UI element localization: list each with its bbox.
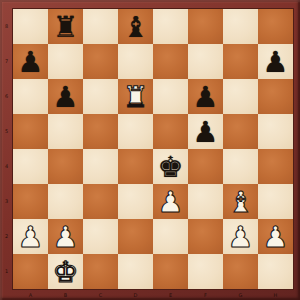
square-d3[interactable] xyxy=(118,184,153,219)
square-b4[interactable] xyxy=(48,149,83,184)
file-label-B: B xyxy=(48,291,83,300)
rank-label-6: 6 xyxy=(0,79,13,114)
rank-label-5: 5 xyxy=(0,114,13,149)
square-g3[interactable]: ♝ xyxy=(223,184,258,219)
square-h3[interactable] xyxy=(258,184,293,219)
square-e5[interactable] xyxy=(153,114,188,149)
square-a2[interactable]: ♟ xyxy=(13,219,48,254)
black-pawn-f5: ♟ xyxy=(193,115,219,149)
rank-label-1: 1 xyxy=(0,254,13,289)
black-rook-b8: ♜ xyxy=(53,10,79,44)
file-label-F: F xyxy=(188,291,223,300)
square-c4[interactable] xyxy=(83,149,118,184)
file-label-D: D xyxy=(118,291,153,300)
square-g8[interactable] xyxy=(223,9,258,44)
square-h2[interactable]: ♟ xyxy=(258,219,293,254)
square-f8[interactable] xyxy=(188,9,223,44)
white-pawn-h2: ♟ xyxy=(263,220,289,254)
square-d4[interactable] xyxy=(118,149,153,184)
file-label-E: E xyxy=(153,291,188,300)
square-c6[interactable] xyxy=(83,79,118,114)
square-b1[interactable]: ♚ xyxy=(48,254,83,289)
square-g4[interactable] xyxy=(223,149,258,184)
white-pawn-b2: ♟ xyxy=(53,220,79,254)
square-c8[interactable] xyxy=(83,9,118,44)
square-a6[interactable] xyxy=(13,79,48,114)
square-d1[interactable] xyxy=(118,254,153,289)
file-label-C: C xyxy=(83,291,118,300)
square-c3[interactable] xyxy=(83,184,118,219)
square-a3[interactable] xyxy=(13,184,48,219)
square-d8[interactable]: ♝ xyxy=(118,9,153,44)
square-b6[interactable]: ♟ xyxy=(48,79,83,114)
square-f2[interactable] xyxy=(188,219,223,254)
rank-label-8: 8 xyxy=(0,9,13,44)
square-d2[interactable] xyxy=(118,219,153,254)
white-king-b1: ♚ xyxy=(53,255,79,289)
white-pawn-e3: ♟ xyxy=(158,185,184,219)
white-pawn-g2: ♟ xyxy=(228,220,254,254)
square-e8[interactable] xyxy=(153,9,188,44)
square-h8[interactable] xyxy=(258,9,293,44)
square-f5[interactable]: ♟ xyxy=(188,114,223,149)
black-bishop-d8: ♝ xyxy=(123,10,149,44)
rank-label-2: 2 xyxy=(0,219,13,254)
rank-label-4: 4 xyxy=(0,149,13,184)
square-a7[interactable]: ♟ xyxy=(13,44,48,79)
black-king-e4: ♚ xyxy=(158,150,184,184)
square-b2[interactable]: ♟ xyxy=(48,219,83,254)
square-f1[interactable] xyxy=(188,254,223,289)
square-g1[interactable] xyxy=(223,254,258,289)
black-pawn-a7: ♟ xyxy=(18,45,44,79)
square-d7[interactable] xyxy=(118,44,153,79)
square-f3[interactable] xyxy=(188,184,223,219)
square-c1[interactable] xyxy=(83,254,118,289)
square-g7[interactable] xyxy=(223,44,258,79)
square-b3[interactable] xyxy=(48,184,83,219)
square-h7[interactable]: ♟ xyxy=(258,44,293,79)
white-rook-d6: ♜ xyxy=(123,80,149,114)
square-d6[interactable]: ♜ xyxy=(118,79,153,114)
square-e6[interactable] xyxy=(153,79,188,114)
square-e1[interactable] xyxy=(153,254,188,289)
square-a4[interactable] xyxy=(13,149,48,184)
square-h1[interactable] xyxy=(258,254,293,289)
square-e7[interactable] xyxy=(153,44,188,79)
rank-label-7: 7 xyxy=(0,44,13,79)
white-pawn-a2: ♟ xyxy=(18,220,44,254)
rank-label-3: 3 xyxy=(0,184,13,219)
square-b8[interactable]: ♜ xyxy=(48,9,83,44)
square-a5[interactable] xyxy=(13,114,48,149)
square-b7[interactable] xyxy=(48,44,83,79)
file-label-A: A xyxy=(13,291,48,300)
square-g5[interactable] xyxy=(223,114,258,149)
black-pawn-b6: ♟ xyxy=(53,80,79,114)
square-f6[interactable]: ♟ xyxy=(188,79,223,114)
square-g6[interactable] xyxy=(223,79,258,114)
square-h5[interactable] xyxy=(258,114,293,149)
square-e3[interactable]: ♟ xyxy=(153,184,188,219)
square-e2[interactable] xyxy=(153,219,188,254)
black-pawn-f6: ♟ xyxy=(193,80,219,114)
square-b5[interactable] xyxy=(48,114,83,149)
square-e4[interactable]: ♚ xyxy=(153,149,188,184)
square-g2[interactable]: ♟ xyxy=(223,219,258,254)
file-label-G: G xyxy=(223,291,258,300)
chessboard: ♜♝♟♟♟♜♟♟♚♟♝♟♟♟♟♚ xyxy=(13,9,293,289)
square-c2[interactable] xyxy=(83,219,118,254)
black-pawn-h7: ♟ xyxy=(263,45,289,79)
square-c7[interactable] xyxy=(83,44,118,79)
square-c5[interactable] xyxy=(83,114,118,149)
square-f7[interactable] xyxy=(188,44,223,79)
square-a8[interactable] xyxy=(13,9,48,44)
board-frame: ♜♝♟♟♟♜♟♟♚♟♝♟♟♟♟♚ 87654321 ABCDEFGH xyxy=(0,0,300,300)
square-h4[interactable] xyxy=(258,149,293,184)
square-f4[interactable] xyxy=(188,149,223,184)
square-a1[interactable] xyxy=(13,254,48,289)
file-label-H: H xyxy=(258,291,293,300)
square-d5[interactable] xyxy=(118,114,153,149)
square-h6[interactable] xyxy=(258,79,293,114)
white-bishop-g3: ♝ xyxy=(228,185,254,219)
